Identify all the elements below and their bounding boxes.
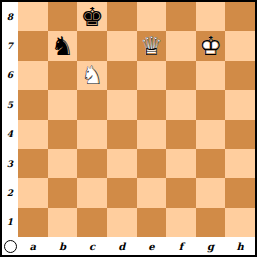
black-knight-glyph: ♞ bbox=[51, 31, 74, 60]
square-d2[interactable] bbox=[107, 178, 137, 207]
square-g6[interactable] bbox=[196, 61, 226, 90]
file-label-d: d bbox=[107, 237, 137, 255]
square-b7[interactable]: ♞ bbox=[48, 31, 78, 60]
square-g1[interactable] bbox=[196, 208, 226, 237]
square-c4[interactable] bbox=[77, 120, 107, 149]
square-f4[interactable] bbox=[166, 120, 196, 149]
rank-label-5: 5 bbox=[2, 90, 18, 119]
square-a2[interactable] bbox=[18, 178, 48, 207]
black-king: ♚ bbox=[80, 4, 103, 30]
square-b4[interactable] bbox=[48, 120, 78, 149]
square-b3[interactable] bbox=[48, 149, 78, 178]
square-e5[interactable] bbox=[137, 90, 167, 119]
square-a8[interactable] bbox=[18, 2, 48, 31]
white-king: ♚♔ bbox=[199, 33, 222, 59]
file-label-h: h bbox=[225, 237, 255, 255]
file-label-a: a bbox=[18, 237, 48, 255]
square-d3[interactable] bbox=[107, 149, 137, 178]
square-d4[interactable] bbox=[107, 120, 137, 149]
rank-label-3: 3 bbox=[2, 149, 18, 178]
white-knight-glyph: ♘ bbox=[80, 61, 103, 90]
square-d6[interactable] bbox=[107, 61, 137, 90]
rank-label-6: 6 bbox=[2, 61, 18, 90]
square-a7[interactable] bbox=[18, 31, 48, 60]
file-label-f: f bbox=[166, 237, 196, 255]
square-c8[interactable]: ♚ bbox=[77, 2, 107, 31]
square-e6[interactable] bbox=[137, 61, 167, 90]
file-labels: abcdefgh bbox=[18, 237, 255, 255]
rank-label-7: 7 bbox=[2, 31, 18, 60]
square-h7[interactable] bbox=[225, 31, 255, 60]
rank-label-2: 2 bbox=[2, 178, 18, 207]
square-g4[interactable] bbox=[196, 120, 226, 149]
rank-label-8: 8 bbox=[2, 2, 18, 31]
square-h5[interactable] bbox=[225, 90, 255, 119]
square-a5[interactable] bbox=[18, 90, 48, 119]
black-king-glyph: ♚ bbox=[80, 2, 103, 31]
square-f2[interactable] bbox=[166, 178, 196, 207]
square-d1[interactable] bbox=[107, 208, 137, 237]
square-c6[interactable]: ♞♘ bbox=[77, 61, 107, 90]
white-queen: ♛♕ bbox=[140, 33, 163, 59]
square-e4[interactable] bbox=[137, 120, 167, 149]
square-e1[interactable] bbox=[137, 208, 167, 237]
square-h3[interactable] bbox=[225, 149, 255, 178]
rank-label-4: 4 bbox=[2, 120, 18, 149]
file-label-c: c bbox=[77, 237, 107, 255]
square-g2[interactable] bbox=[196, 178, 226, 207]
chess-board: ♚♞♛♕♚♔♞♘ bbox=[18, 2, 255, 237]
black-knight: ♞ bbox=[51, 33, 74, 59]
file-label-e: e bbox=[137, 237, 167, 255]
square-c3[interactable] bbox=[77, 149, 107, 178]
square-e8[interactable] bbox=[137, 2, 167, 31]
rank-labels: 87654321 bbox=[2, 2, 18, 237]
square-h1[interactable] bbox=[225, 208, 255, 237]
square-g7[interactable]: ♚♔ bbox=[196, 31, 226, 60]
square-f8[interactable] bbox=[166, 2, 196, 31]
rank-label-1: 1 bbox=[2, 208, 18, 237]
square-c5[interactable] bbox=[77, 90, 107, 119]
square-h2[interactable] bbox=[225, 178, 255, 207]
square-b1[interactable] bbox=[48, 208, 78, 237]
square-d8[interactable] bbox=[107, 2, 137, 31]
square-e3[interactable] bbox=[137, 149, 167, 178]
square-h8[interactable] bbox=[225, 2, 255, 31]
square-d7[interactable] bbox=[107, 31, 137, 60]
side-to-move-indicator bbox=[2, 237, 18, 255]
square-f5[interactable] bbox=[166, 90, 196, 119]
square-b8[interactable] bbox=[48, 2, 78, 31]
white-to-move-circle bbox=[4, 240, 17, 253]
square-f3[interactable] bbox=[166, 149, 196, 178]
square-c1[interactable] bbox=[77, 208, 107, 237]
square-b5[interactable] bbox=[48, 90, 78, 119]
white-queen-glyph: ♕ bbox=[140, 31, 163, 60]
square-f6[interactable] bbox=[166, 61, 196, 90]
file-label-b: b bbox=[48, 237, 78, 255]
square-a1[interactable] bbox=[18, 208, 48, 237]
square-f1[interactable] bbox=[166, 208, 196, 237]
square-g5[interactable] bbox=[196, 90, 226, 119]
square-f7[interactable] bbox=[166, 31, 196, 60]
square-e2[interactable] bbox=[137, 178, 167, 207]
square-b2[interactable] bbox=[48, 178, 78, 207]
file-label-g: g bbox=[196, 237, 226, 255]
square-h6[interactable] bbox=[225, 61, 255, 90]
square-a6[interactable] bbox=[18, 61, 48, 90]
chess-diagram: 87654321 ♚♞♛♕♚♔♞♘ abcdefgh bbox=[0, 0, 257, 257]
square-d5[interactable] bbox=[107, 90, 137, 119]
square-g3[interactable] bbox=[196, 149, 226, 178]
square-h4[interactable] bbox=[225, 120, 255, 149]
square-a3[interactable] bbox=[18, 149, 48, 178]
square-g8[interactable] bbox=[196, 2, 226, 31]
square-c2[interactable] bbox=[77, 178, 107, 207]
square-b6[interactable] bbox=[48, 61, 78, 90]
square-a4[interactable] bbox=[18, 120, 48, 149]
white-knight: ♞♘ bbox=[80, 62, 103, 88]
square-e7[interactable]: ♛♕ bbox=[137, 31, 167, 60]
square-c7[interactable] bbox=[77, 31, 107, 60]
white-king-glyph: ♔ bbox=[199, 31, 222, 60]
